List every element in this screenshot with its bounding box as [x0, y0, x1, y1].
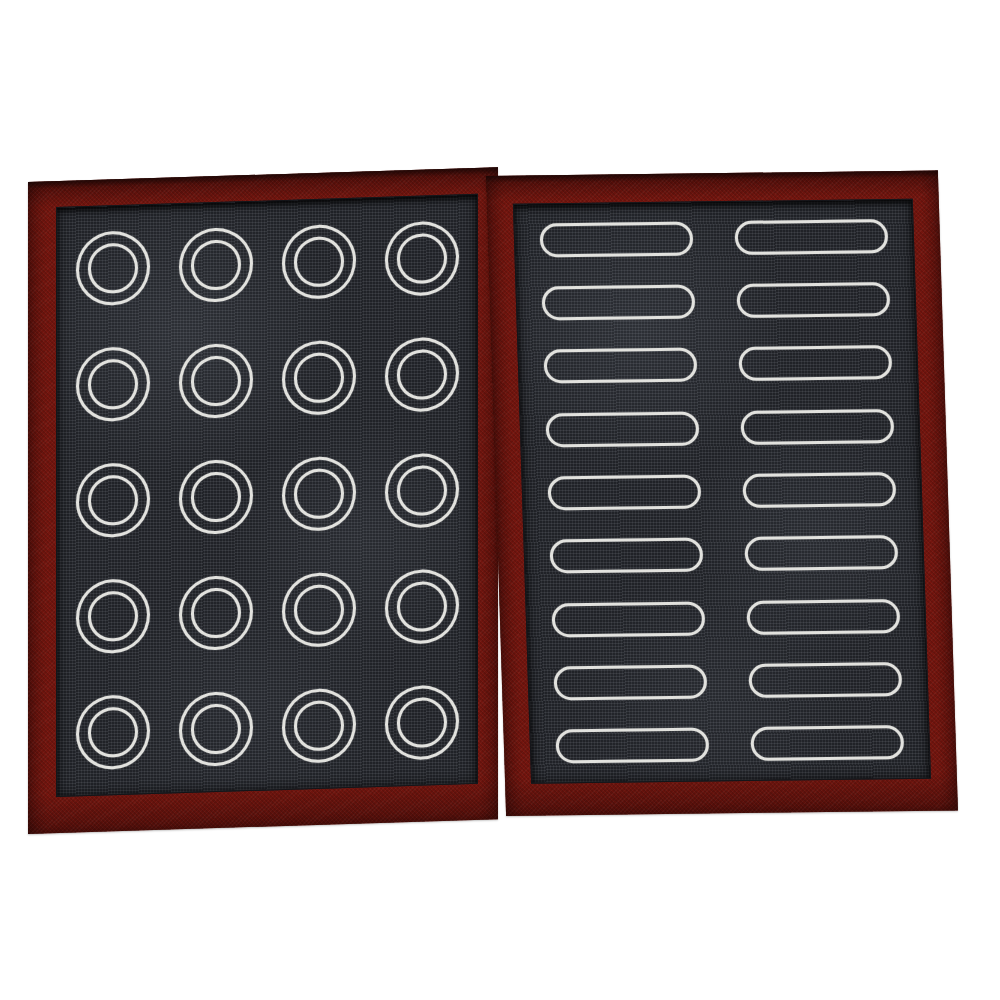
outer-ring: [76, 694, 150, 770]
macaron-circle-marking: [370, 547, 473, 666]
slot-outline: [556, 728, 709, 764]
inner-ring: [397, 697, 447, 749]
macaron-circle-marking: [267, 318, 370, 437]
macaron-circle-marking: [61, 325, 164, 444]
outer-ring: [76, 462, 150, 538]
eclair-slot-marking: [526, 460, 723, 526]
macaron-circle-marking: [267, 666, 370, 785]
inner-ring: [397, 233, 447, 285]
slot-outline: [735, 219, 888, 255]
inner-ring: [88, 243, 138, 295]
outer-ring: [385, 336, 459, 412]
inner-ring: [294, 236, 344, 288]
eclair-slot-marking: [723, 521, 920, 587]
slot-outline: [550, 538, 703, 574]
macaron-circle-marking: [61, 673, 164, 792]
outer-ring: [179, 459, 253, 535]
outer-ring: [76, 346, 150, 422]
slot-outline: [743, 472, 896, 508]
macaron-circle-marking: [164, 553, 267, 672]
inner-ring: [397, 581, 447, 633]
eclair-slot-marking: [520, 270, 717, 336]
eclair-slot-marking: [717, 331, 914, 397]
macaron-mat: [28, 167, 498, 834]
slot-outline: [546, 411, 699, 447]
outer-ring: [179, 575, 253, 651]
inner-ring: [294, 584, 344, 636]
macaron-circle-marking: [164, 437, 267, 556]
outer-ring: [385, 684, 459, 760]
outer-ring: [179, 343, 253, 419]
inner-ring: [88, 359, 138, 411]
slot-outline: [552, 601, 705, 637]
eclair-slot-marking: [715, 267, 912, 333]
eclair-slot-marking: [719, 394, 916, 460]
macaron-circle-marking: [164, 669, 267, 788]
outer-ring: [385, 568, 459, 644]
eclair-slot-marking: [713, 204, 910, 270]
eclair-mat: [486, 170, 958, 816]
macaron-circle-marking: [61, 557, 164, 676]
slot-outline: [751, 725, 904, 761]
inner-ring: [397, 465, 447, 517]
inner-ring: [191, 471, 241, 523]
outer-ring: [282, 340, 356, 416]
inner-ring: [88, 591, 138, 643]
inner-ring: [191, 355, 241, 407]
outer-ring: [179, 227, 253, 303]
outer-ring: [76, 230, 150, 306]
slot-outline: [749, 662, 902, 698]
macaron-circle-marking: [370, 431, 473, 550]
outer-ring: [282, 224, 356, 300]
macaron-circle-marking: [61, 441, 164, 560]
slot-outline: [741, 409, 894, 445]
slot-outline: [548, 474, 701, 510]
macaron-circle-marking: [164, 321, 267, 440]
slot-outline: [745, 535, 898, 571]
inner-ring: [88, 475, 138, 527]
inner-ring: [294, 468, 344, 520]
macaron-circle-marking: [267, 202, 370, 321]
eclair-slot-marking: [729, 711, 926, 777]
macaron-circle-marking: [61, 209, 164, 328]
slot-outline: [737, 282, 890, 318]
macaron-circle-marking: [370, 315, 473, 434]
eclair-slot-marking: [534, 713, 731, 779]
macaron-mat-mesh-surface: [56, 194, 478, 797]
macaron-circle-marking: [370, 663, 473, 782]
slot-outline: [747, 599, 900, 635]
inner-ring: [397, 349, 447, 401]
inner-ring: [191, 703, 241, 755]
slot-outline: [544, 348, 697, 384]
eclair-slot-grid: [518, 204, 926, 779]
inner-ring: [191, 587, 241, 639]
eclair-slot-marking: [727, 647, 924, 713]
inner-ring: [294, 352, 344, 404]
eclair-slot-marking: [721, 457, 918, 523]
outer-ring: [385, 220, 459, 296]
outer-ring: [385, 452, 459, 528]
outer-ring: [179, 691, 253, 767]
eclair-slot-marking: [528, 523, 725, 589]
macaron-circle-marking: [370, 199, 473, 318]
macaron-circle-marking: [164, 205, 267, 324]
eclair-slot-marking: [518, 206, 715, 272]
macaron-circle-marking: [267, 550, 370, 669]
inner-ring: [191, 239, 241, 291]
slot-outline: [739, 345, 892, 381]
outer-ring: [282, 572, 356, 648]
macaron-circle-grid: [61, 199, 473, 792]
slot-outline: [540, 221, 693, 257]
eclair-slot-marking: [524, 396, 721, 462]
slot-outline: [554, 664, 707, 700]
eclair-slot-marking: [530, 586, 727, 652]
eclair-slot-marking: [522, 333, 719, 399]
baking-mats-photo: [0, 0, 1000, 1000]
outer-ring: [76, 578, 150, 654]
outer-ring: [282, 456, 356, 532]
slot-outline: [542, 284, 695, 320]
macaron-circle-marking: [267, 434, 370, 553]
inner-ring: [88, 707, 138, 759]
eclair-slot-marking: [532, 650, 729, 716]
outer-ring: [282, 688, 356, 764]
eclair-mat-mesh-surface: [513, 199, 931, 784]
eclair-slot-marking: [725, 584, 922, 650]
inner-ring: [294, 700, 344, 752]
